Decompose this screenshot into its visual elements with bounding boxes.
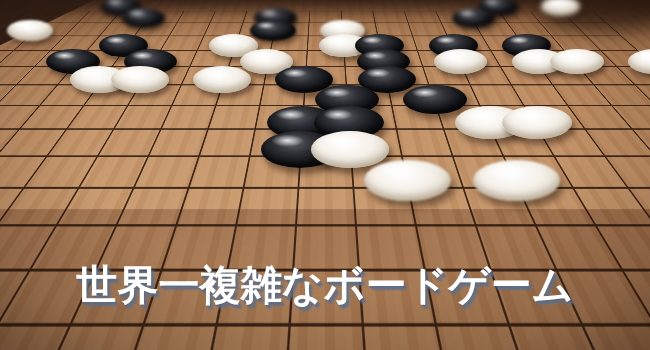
go-photo-scene: 世界一複雑なボードゲーム xyxy=(0,0,650,350)
white-stone xyxy=(628,49,650,74)
caption-text: 世界一複雑なボードゲーム xyxy=(0,258,650,313)
white-stone xyxy=(550,49,603,74)
white-stone xyxy=(311,131,389,168)
white-stone xyxy=(473,160,560,201)
white-stone xyxy=(502,106,572,139)
black-stone xyxy=(122,8,164,28)
black-stone xyxy=(403,85,467,115)
white-stone xyxy=(7,20,53,41)
white-stone xyxy=(364,160,451,201)
black-stone xyxy=(452,8,494,28)
black-stone xyxy=(250,20,296,41)
white-stone xyxy=(434,49,487,74)
white-stone xyxy=(193,66,251,93)
white-stone xyxy=(541,0,581,16)
white-stone xyxy=(111,66,169,93)
